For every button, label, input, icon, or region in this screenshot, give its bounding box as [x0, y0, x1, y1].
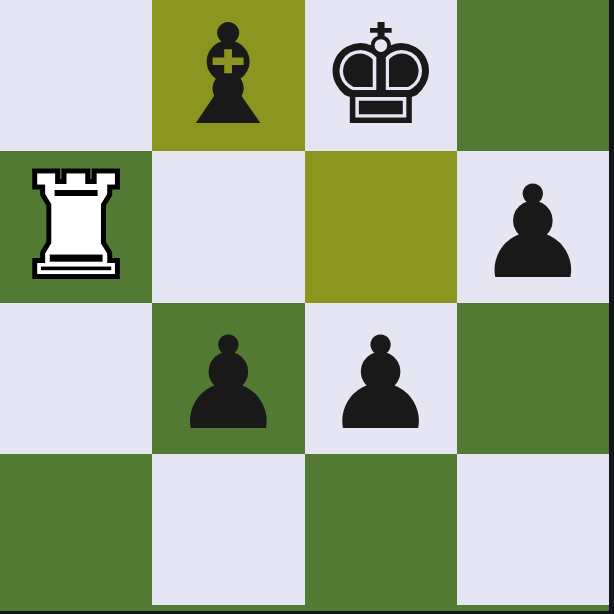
black-pawn-piece[interactable]: ♟	[323, 320, 438, 448]
square-r3c1[interactable]	[152, 454, 304, 605]
white-rook-fill: ♜	[14, 158, 138, 296]
square-r3c2[interactable]	[305, 454, 457, 605]
chess-board: ♝♚♜♜♟♟♟	[0, 0, 609, 605]
black-king-piece[interactable]: ♚	[319, 7, 443, 145]
square-r1c2[interactable]	[305, 151, 457, 302]
square-r1c1[interactable]	[152, 151, 304, 302]
square-r3c0[interactable]	[0, 454, 152, 605]
square-r2c3[interactable]	[457, 303, 609, 454]
square-r2c0[interactable]	[0, 303, 152, 454]
square-r1c3[interactable]: ♟	[457, 151, 609, 302]
square-r1c0[interactable]: ♜♜	[0, 151, 152, 302]
square-r2c2[interactable]: ♟	[305, 303, 457, 454]
square-r3c3[interactable]	[457, 454, 609, 605]
black-pawn-piece[interactable]: ♟	[476, 169, 591, 297]
square-r0c0[interactable]	[0, 0, 152, 151]
black-pawn-piece[interactable]: ♟	[171, 320, 286, 448]
next-rank-sliver	[0, 605, 609, 611]
square-r2c1[interactable]: ♟	[152, 303, 304, 454]
chess-app-viewport: ♝♚♜♜♟♟♟	[0, 0, 614, 614]
black-bishop-piece[interactable]: ♝	[167, 7, 291, 145]
square-r0c1[interactable]: ♝	[152, 0, 304, 151]
square-r0c2[interactable]: ♚	[305, 0, 457, 151]
square-r0c3[interactable]	[457, 0, 609, 151]
white-rook-piece[interactable]: ♜♜	[14, 158, 138, 296]
